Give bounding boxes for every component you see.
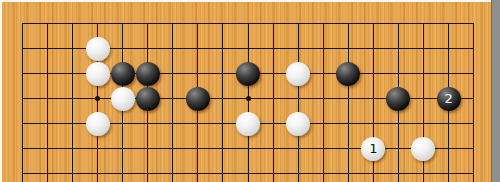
white-stone[interactable] — [236, 112, 260, 136]
grid-vline — [273, 23, 274, 182]
grid-vline — [22, 23, 23, 182]
white-stone[interactable] — [86, 37, 110, 61]
grid-vline — [298, 23, 299, 182]
star-point — [95, 96, 100, 101]
black-stone[interactable] — [111, 62, 135, 86]
grid-vline — [348, 23, 349, 182]
grid-hline — [22, 23, 474, 24]
white-stone[interactable] — [411, 137, 435, 161]
grid-vline — [473, 23, 474, 182]
grid-vline — [47, 23, 48, 182]
white-stone[interactable] — [286, 62, 310, 86]
black-stone[interactable] — [336, 62, 360, 86]
move-number-label: 1 — [369, 142, 377, 155]
move-number-label: 2 — [444, 92, 452, 105]
grid-vline — [222, 23, 223, 182]
grid-hline — [22, 148, 474, 149]
grid-vline — [248, 23, 249, 182]
star-point — [246, 96, 251, 101]
black-stone[interactable] — [386, 87, 410, 111]
go-board-panel: 21 — [0, 0, 500, 182]
black-stone[interactable] — [236, 62, 260, 86]
board-edge-shadow-right — [491, 0, 500, 182]
white-stone[interactable] — [286, 112, 310, 136]
white-stone[interactable] — [86, 112, 110, 136]
black-stone-move-2[interactable]: 2 — [437, 87, 461, 111]
go-board[interactable]: 21 — [0, 0, 492, 182]
white-stone[interactable] — [111, 87, 135, 111]
grid-vline — [72, 23, 73, 182]
black-stone[interactable] — [136, 62, 160, 86]
grid-vline — [323, 23, 324, 182]
white-stone-move-1[interactable]: 1 — [361, 137, 385, 161]
grid-vline — [172, 23, 173, 182]
board-edge-highlight-top — [0, 0, 500, 2]
grid-hline — [22, 173, 474, 174]
black-stone[interactable] — [186, 87, 210, 111]
black-stone[interactable] — [136, 87, 160, 111]
white-stone[interactable] — [86, 62, 110, 86]
board-edge-highlight-left — [0, 0, 2, 182]
